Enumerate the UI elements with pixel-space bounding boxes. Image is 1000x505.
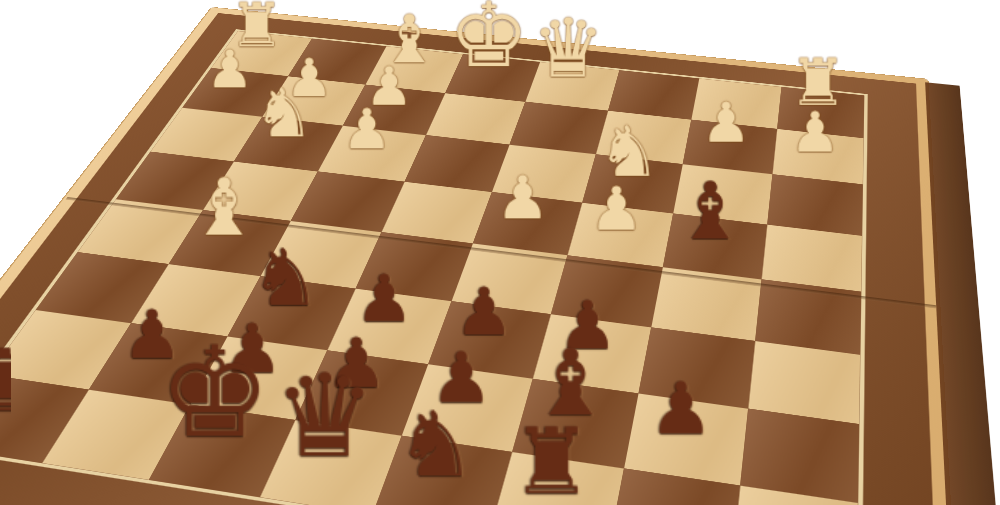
board-square-d6[interactable]: [404, 135, 509, 192]
board-square-f7[interactable]: [595, 110, 691, 164]
board-square-b5[interactable]: [203, 161, 319, 221]
board-square-d5[interactable]: [381, 181, 492, 243]
board-square-h8[interactable]: [777, 87, 865, 138]
box-right-face: [925, 82, 1000, 505]
piece-black-rook-f1[interactable]: ♜: [478, 416, 625, 505]
board-square-h7[interactable]: [772, 129, 864, 185]
board-square-c7[interactable]: [343, 84, 445, 135]
pine-frame: ♜♝♚♛♜♟♟♟♟♟♞♟♞♟♟♝♝♞♟♟♟♟♟♟♟♝♟♜♚♛♞♜: [0, 7, 959, 505]
board-square-e6[interactable]: [492, 145, 595, 203]
photo-stage: ♜♝♚♛♜♟♟♟♟♟♞♟♞♟♟♝♝♞♟♟♟♟♟♟♟♝♟♜♚♛♞♜: [0, 0, 1000, 505]
piece-white-pawn-c7[interactable]: ♟: [337, 60, 441, 113]
board-square-a8[interactable]: [211, 31, 311, 76]
board-square-c6[interactable]: [318, 126, 425, 182]
board-square-c8[interactable]: [366, 46, 463, 93]
piece-white-pawn-e5[interactable]: ♟: [465, 168, 581, 227]
piece-white-pawn-a7[interactable]: ♟: [179, 43, 281, 95]
board-square-d7[interactable]: [425, 93, 525, 145]
board-square-a5[interactable]: [116, 151, 234, 210]
board-square-d8[interactable]: [445, 54, 540, 101]
board-square-h6[interactable]: [767, 174, 863, 235]
board-square-b7[interactable]: [262, 76, 366, 126]
piece-white-bishop-c8[interactable]: ♝: [360, 6, 460, 72]
board-square-c5[interactable]: [291, 171, 404, 232]
board-square-a6[interactable]: [151, 108, 262, 161]
piece-white-king-d8[interactable]: ♚: [438, 0, 539, 81]
piece-black-pawn-g2[interactable]: ♟: [612, 373, 752, 444]
board-square-e7[interactable]: [510, 102, 608, 155]
board-square-b6[interactable]: [234, 117, 343, 171]
board-square-g8[interactable]: [691, 78, 781, 128]
piece-white-pawn-h7[interactable]: ♟: [760, 104, 869, 160]
piece-white-pawn-g7[interactable]: ♟: [672, 95, 780, 150]
piece-white-knight-b6[interactable]: ♞: [229, 80, 337, 147]
board-square-a7[interactable]: [182, 68, 287, 117]
piece-white-pawn-c6[interactable]: ♟: [313, 101, 422, 157]
piece-white-pawn-b7[interactable]: ♟: [257, 51, 360, 104]
piece-black-bishop-g5[interactable]: ♝: [652, 171, 771, 250]
piece-white-rook-a8[interactable]: ♜: [208, 0, 306, 56]
piece-white-rook-h8[interactable]: ♜: [765, 51, 869, 116]
board-square-e8[interactable]: [525, 62, 619, 110]
piece-white-queen-e8[interactable]: ♛: [518, 8, 619, 89]
chessboard-3d: ♜♝♚♛♜♟♟♟♟♟♞♟♞♟♟♝♝♞♟♟♟♟♟♟♟♝♟♜♚♛♞♜: [0, 7, 959, 505]
board-square-e5[interactable]: [473, 192, 582, 255]
chess-scene: ♜♝♚♛♜♟♟♟♟♟♞♟♞♟♟♝♝♞♟♟♟♟♟♟♟♝♟♜♚♛♞♜: [0, 0, 1000, 505]
board-square-b8[interactable]: [288, 39, 387, 85]
board-square-f8[interactable]: [608, 70, 700, 119]
piece-black-rook-a1[interactable]: ♜: [0, 338, 74, 424]
